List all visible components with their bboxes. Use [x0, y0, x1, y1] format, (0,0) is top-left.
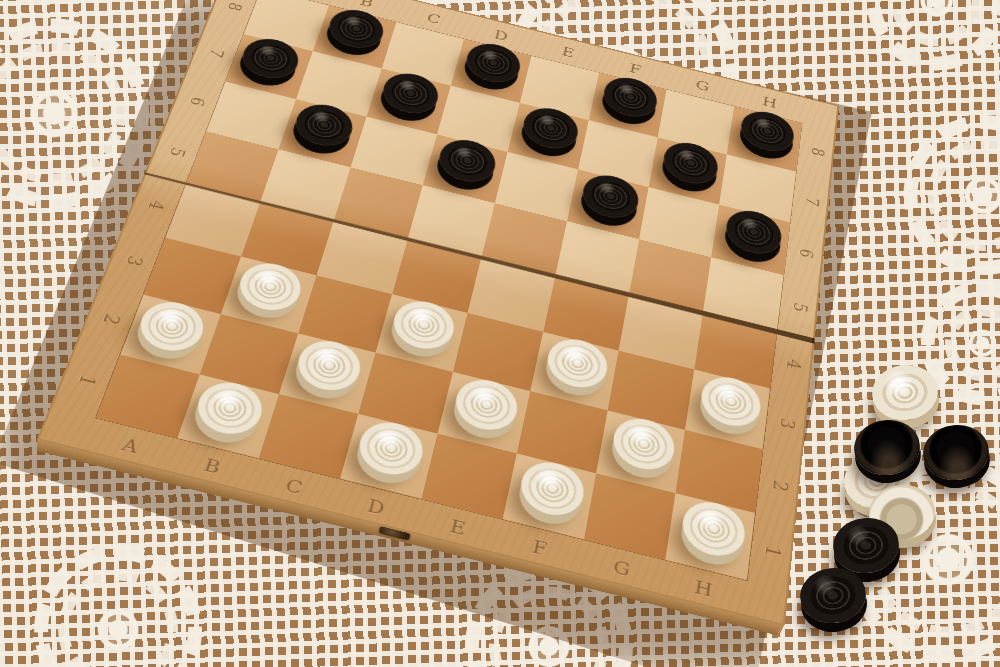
white-piece-g2[interactable] — [610, 413, 678, 476]
file-label-bottom-a: A — [120, 435, 141, 455]
white-piece-h3[interactable] — [698, 371, 763, 432]
file-label-bottom-b: B — [202, 456, 223, 476]
black-piece-b6[interactable] — [290, 99, 357, 151]
rank-label-right-4: 4 — [784, 357, 804, 371]
black-piece-b8[interactable] — [324, 5, 388, 53]
file-label-top-e: E — [561, 45, 576, 59]
rank-label-right-2: 2 — [769, 478, 790, 493]
file-label-bottom-h: H — [693, 578, 713, 600]
black-piece-d8[interactable] — [462, 39, 524, 88]
rank-label-left-5: 5 — [166, 146, 187, 159]
rank-label-left-8: 8 — [224, 1, 244, 12]
rank-label-left-6: 6 — [186, 95, 207, 107]
white-piece-f3[interactable] — [543, 333, 611, 393]
file-label-top-h: H — [761, 95, 777, 110]
file-label-top-b: B — [359, 0, 375, 9]
file-label-bottom-f: F — [531, 537, 549, 558]
file-label-bottom-c: C — [284, 476, 305, 497]
file-label-bottom-d: D — [366, 496, 387, 517]
square-a5[interactable] — [186, 131, 278, 201]
white-piece-b1[interactable] — [191, 376, 269, 440]
rank-label-right-1: 1 — [762, 544, 783, 560]
white-piece-f1[interactable] — [516, 456, 588, 522]
rank-label-left-7: 7 — [206, 47, 226, 59]
rank-label-right-3: 3 — [777, 416, 797, 430]
file-label-top-f: F — [628, 62, 642, 76]
rank-label-right-6: 6 — [796, 247, 815, 260]
rank-label-left-2: 2 — [99, 312, 122, 326]
lace-flower — [901, 112, 1000, 277]
file-label-bottom-e: E — [448, 517, 467, 538]
file-label-top-d: D — [493, 28, 509, 43]
file-label-top-g: G — [695, 78, 710, 93]
rank-label-left-4: 4 — [145, 199, 167, 212]
square-g5[interactable] — [629, 239, 711, 312]
rank-label-right-7: 7 — [802, 195, 820, 207]
black-piece-h8[interactable] — [739, 106, 796, 156]
file-label-top-c: C — [426, 11, 442, 25]
white-piece-a2[interactable] — [133, 296, 210, 357]
rank-label-left-1: 1 — [75, 373, 99, 388]
black-piece-f8[interactable] — [600, 73, 660, 122]
file-label-bottom-g: G — [612, 557, 631, 578]
lace-flower — [864, 0, 1000, 73]
scene: 8877665544332211AABBCCDDEEFFGGHH — [0, 0, 1000, 667]
rank-label-left-3: 3 — [123, 254, 146, 268]
rank-label-right-5: 5 — [790, 301, 809, 314]
lace-flower — [31, 543, 205, 667]
rank-label-right-8: 8 — [808, 146, 826, 158]
